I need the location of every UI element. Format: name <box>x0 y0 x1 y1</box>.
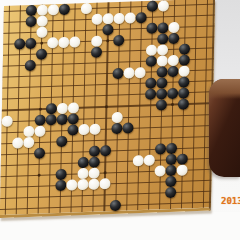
hoshi-point <box>106 39 109 42</box>
stone-white <box>91 36 102 47</box>
stone-white <box>77 179 88 190</box>
stone-white <box>99 178 110 189</box>
stone-white <box>68 102 79 113</box>
photo-frame: 2013 <box>0 0 240 240</box>
stone-white <box>34 125 45 136</box>
stone-black <box>178 98 189 109</box>
stone-black <box>36 48 47 59</box>
stone-black <box>156 77 167 88</box>
stone-black <box>25 38 36 49</box>
stone-white <box>58 37 69 48</box>
stone-black <box>155 143 166 154</box>
stone-bowl-lid <box>209 79 240 99</box>
stone-white <box>158 0 169 11</box>
stone-black <box>14 38 25 49</box>
hoshi-point <box>40 42 43 45</box>
hoshi-point <box>39 108 42 111</box>
hoshi-point <box>171 103 174 106</box>
stone-black <box>145 89 156 100</box>
stone-white <box>125 12 136 23</box>
stone-black <box>26 16 37 27</box>
stone-white <box>2 116 13 127</box>
stone-black <box>34 147 45 158</box>
stone-black <box>178 76 189 87</box>
stone-black <box>55 169 66 180</box>
stone-black <box>177 153 188 164</box>
stone-black <box>25 60 36 71</box>
stone-black <box>100 145 111 156</box>
stone-black <box>156 99 167 110</box>
stone-black <box>91 47 102 58</box>
stone-black <box>46 103 57 114</box>
stone-white <box>23 137 34 148</box>
stone-white <box>157 44 168 55</box>
stone-black <box>178 87 189 98</box>
stone-black <box>35 114 46 125</box>
stone-black <box>146 56 157 67</box>
stone-black <box>56 136 67 147</box>
stone-black <box>26 5 37 16</box>
stone-white <box>66 179 77 190</box>
stone-black <box>157 22 168 33</box>
stone-white <box>133 155 144 166</box>
stone-white <box>37 4 48 15</box>
stone-white <box>36 26 47 37</box>
stone-white <box>89 124 100 135</box>
stone-black <box>89 146 100 157</box>
stone-bowl <box>209 79 240 177</box>
stone-black <box>112 68 123 79</box>
stone-white <box>37 15 48 26</box>
stone-white <box>112 112 123 123</box>
stone-black <box>179 43 190 54</box>
stone-white <box>103 13 114 24</box>
stone-white <box>12 137 23 148</box>
stone-white <box>176 164 187 175</box>
stone-black <box>89 157 100 168</box>
stone-black <box>110 200 121 211</box>
hoshi-point <box>38 174 41 177</box>
stone-white <box>88 168 99 179</box>
stone-white <box>114 13 125 24</box>
hoshi-point <box>104 171 107 174</box>
stone-white <box>154 165 165 176</box>
stone-white <box>123 67 134 78</box>
stone-white <box>81 3 92 14</box>
stone-white <box>48 4 59 15</box>
stone-white <box>178 65 189 76</box>
stone-black <box>166 154 177 165</box>
stone-black <box>165 165 176 176</box>
stone-black <box>78 157 89 168</box>
stone-black <box>122 122 133 133</box>
stone-black <box>165 176 176 187</box>
stone-black <box>179 54 190 65</box>
stone-black <box>165 187 176 198</box>
stone-black <box>167 66 178 77</box>
hoshi-point <box>105 105 108 108</box>
stone-black <box>147 1 158 12</box>
stone-black <box>157 33 168 44</box>
stone-black <box>145 78 156 89</box>
stone-white <box>168 22 179 33</box>
stone-white <box>92 14 103 25</box>
stone-white <box>134 67 145 78</box>
stone-white <box>88 179 99 190</box>
stone-black <box>156 88 167 99</box>
stone-white <box>157 55 168 66</box>
stone-black <box>102 24 113 35</box>
stone-white <box>23 126 34 137</box>
stone-white <box>57 103 68 114</box>
stone-black <box>57 114 68 125</box>
stone-black <box>59 4 70 15</box>
stone-black <box>146 23 157 34</box>
stone-white <box>144 155 155 166</box>
stone-white <box>168 55 179 66</box>
stone-white <box>146 45 157 56</box>
stone-white <box>78 124 89 135</box>
stone-white <box>77 168 88 179</box>
stone-black <box>156 66 167 77</box>
stone-black <box>55 180 66 191</box>
timestamp: 2013 <box>221 197 240 206</box>
stone-black <box>113 35 124 46</box>
go-board <box>0 0 215 218</box>
stone-black <box>166 143 177 154</box>
stone-black <box>46 114 57 125</box>
stone-black <box>111 123 122 134</box>
stone-black <box>136 12 147 23</box>
stone-white <box>69 36 80 47</box>
stone-white <box>47 37 58 48</box>
stone-black <box>67 124 78 135</box>
stone-black <box>167 88 178 99</box>
stone-black <box>168 33 179 44</box>
stone-black <box>68 113 79 124</box>
